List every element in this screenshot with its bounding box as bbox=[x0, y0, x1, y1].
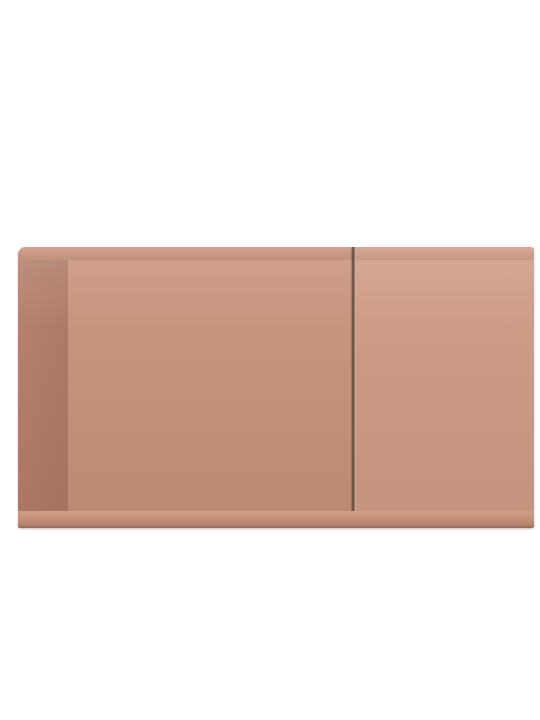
board-top-border bbox=[18, 247, 534, 260]
board-left-border bbox=[18, 260, 68, 513]
board-near-border bbox=[18, 511, 534, 528]
chess-board bbox=[18, 247, 534, 528]
product-photo bbox=[0, 0, 540, 720]
board-squares bbox=[68, 260, 534, 513]
